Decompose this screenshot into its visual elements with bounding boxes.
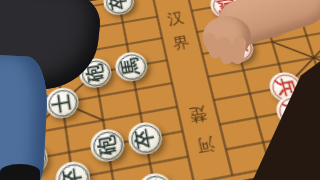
- piece-black-soldier[interactable]: 卒: [126, 120, 165, 157]
- piece-character: 卒: [108, 0, 129, 11]
- piece-black-cannon[interactable]: 砲: [88, 127, 126, 165]
- piece-character: 卒: [133, 127, 157, 150]
- piece-black-soldier[interactable]: 卒: [135, 171, 175, 180]
- piece-black-soldier[interactable]: 卒: [54, 159, 92, 180]
- piece-character: 砲: [96, 134, 119, 157]
- piece-character: 士: [51, 92, 73, 114]
- seated-player-jeans: [0, 55, 49, 180]
- piece-black-advisor[interactable]: 士: [44, 85, 80, 120]
- photo-scene: 汉 界 楚 河 車卒馬象士砲馬將士象砲卒卒車卒炮傌俥相兵仕帥兵炮相傌兵兵: [0, 0, 320, 180]
- piece-character: 馬: [120, 56, 142, 77]
- shadow-blob: [0, 164, 40, 180]
- piece-black-soldier[interactable]: 卒: [102, 0, 137, 17]
- piece-black-horse[interactable]: 馬: [113, 50, 150, 84]
- piece-character: 卒: [143, 178, 168, 180]
- piece-character: 卒: [61, 166, 85, 180]
